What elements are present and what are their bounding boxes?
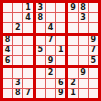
- cell-r6c2[interactable]: [13, 56, 22, 65]
- cell-r1c5[interactable]: [46, 3, 55, 12]
- cell-r9c4[interactable]: [36, 89, 45, 98]
- cell-r7c8[interactable]: 9: [79, 68, 88, 77]
- sudoku-box-3: 846: [3, 36, 33, 66]
- cell-r4c6[interactable]: [56, 36, 65, 45]
- cell-r7c4[interactable]: [36, 68, 45, 77]
- cell-r2c8[interactable]: 3: [79, 13, 88, 22]
- cell-r3c8[interactable]: [79, 23, 88, 32]
- cell-r4c3[interactable]: [23, 36, 32, 45]
- cell-r5c8[interactable]: [79, 46, 88, 55]
- cell-r3c4[interactable]: [36, 23, 45, 32]
- cell-r1c7[interactable]: 9: [68, 3, 77, 12]
- cell-r2c5[interactable]: [46, 13, 55, 22]
- cell-r5c9[interactable]: 7: [89, 46, 98, 55]
- cell-r2c2[interactable]: [13, 13, 22, 22]
- cell-r3c5[interactable]: 4: [46, 23, 55, 32]
- cell-r2c7[interactable]: [68, 13, 77, 22]
- cell-r1c3[interactable]: 1: [23, 3, 32, 12]
- cell-r9c8[interactable]: [79, 89, 88, 98]
- cell-r8c7[interactable]: 2: [68, 79, 77, 88]
- cell-r6c7[interactable]: [68, 56, 77, 65]
- cell-r6c5[interactable]: 9: [46, 56, 55, 65]
- cell-r2c6[interactable]: [56, 13, 65, 22]
- cell-r3c3[interactable]: [23, 23, 32, 32]
- cell-r8c6[interactable]: 6: [56, 79, 65, 88]
- cell-r9c9[interactable]: [89, 89, 98, 98]
- cell-r9c6[interactable]: 9: [56, 89, 65, 98]
- sudoku-board: 1423849838467519975387269921: [0, 0, 101, 101]
- cell-r7c9[interactable]: [89, 68, 98, 77]
- cell-r1c1[interactable]: [3, 3, 12, 12]
- sudoku-box-2: 983: [68, 3, 98, 33]
- cell-r9c3[interactable]: 7: [23, 89, 32, 98]
- cell-r8c1[interactable]: [3, 79, 12, 88]
- cell-r7c1[interactable]: [3, 68, 12, 77]
- cell-r3c1[interactable]: [3, 23, 12, 32]
- cell-r4c4[interactable]: [36, 36, 45, 45]
- cell-r9c5[interactable]: [46, 89, 55, 98]
- cell-r4c9[interactable]: 9: [89, 36, 98, 45]
- cell-r1c4[interactable]: 3: [36, 3, 45, 12]
- cell-r5c3[interactable]: [23, 46, 32, 55]
- cell-r4c5[interactable]: 7: [46, 36, 55, 45]
- sudoku-box-4: 7519: [36, 36, 66, 66]
- cell-r5c6[interactable]: 1: [56, 46, 65, 55]
- cell-r6c9[interactable]: 5: [89, 56, 98, 65]
- cell-r3c7[interactable]: [68, 23, 77, 32]
- cell-r2c3[interactable]: 4: [23, 13, 32, 22]
- cell-r4c2[interactable]: [13, 36, 22, 45]
- cell-r8c8[interactable]: [79, 79, 88, 88]
- cell-r2c1[interactable]: [3, 13, 12, 22]
- cell-r1c8[interactable]: 8: [79, 3, 88, 12]
- cell-r5c1[interactable]: 4: [3, 46, 12, 55]
- cell-r9c7[interactable]: 1: [68, 89, 77, 98]
- cell-r4c8[interactable]: [79, 36, 88, 45]
- sudoku-box-7: 269: [36, 68, 66, 98]
- cell-r2c4[interactable]: 8: [36, 13, 45, 22]
- cell-r8c9[interactable]: [89, 79, 98, 88]
- cell-r1c9[interactable]: [89, 3, 98, 12]
- cell-r6c8[interactable]: [79, 56, 88, 65]
- cell-r3c2[interactable]: 2: [13, 23, 22, 32]
- cell-r8c2[interactable]: 3: [13, 79, 22, 88]
- cell-r6c3[interactable]: [23, 56, 32, 65]
- cell-r4c1[interactable]: 8: [3, 36, 12, 45]
- cell-r6c6[interactable]: [56, 56, 65, 65]
- cell-r2c9[interactable]: [89, 13, 98, 22]
- cell-r5c2[interactable]: [13, 46, 22, 55]
- cell-r5c5[interactable]: [46, 46, 55, 55]
- cell-r8c5[interactable]: [46, 79, 55, 88]
- cell-r7c2[interactable]: [13, 68, 22, 77]
- cell-r3c6[interactable]: [56, 23, 65, 32]
- sudoku-box-0: 142: [3, 3, 33, 33]
- cell-r9c1[interactable]: [3, 89, 12, 98]
- sudoku-box-5: 975: [68, 36, 98, 66]
- cell-r1c2[interactable]: [13, 3, 22, 12]
- cell-r8c3[interactable]: [23, 79, 32, 88]
- cell-r5c7[interactable]: [68, 46, 77, 55]
- cell-r7c3[interactable]: [23, 68, 32, 77]
- cell-r7c5[interactable]: 2: [46, 68, 55, 77]
- cell-r5c4[interactable]: 5: [36, 46, 45, 55]
- cell-r7c7[interactable]: [68, 68, 77, 77]
- cell-r8c4[interactable]: [36, 79, 45, 88]
- sudoku-box-8: 921: [68, 68, 98, 98]
- cell-r9c2[interactable]: 8: [13, 89, 22, 98]
- sudoku-box-1: 384: [36, 3, 66, 33]
- cell-r3c9[interactable]: [89, 23, 98, 32]
- cell-r4c7[interactable]: [68, 36, 77, 45]
- cell-r7c6[interactable]: [56, 68, 65, 77]
- cell-r6c4[interactable]: [36, 56, 45, 65]
- sudoku-box-6: 387: [3, 68, 33, 98]
- cell-r1c6[interactable]: [56, 3, 65, 12]
- cell-r6c1[interactable]: 6: [3, 56, 12, 65]
